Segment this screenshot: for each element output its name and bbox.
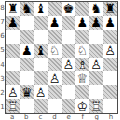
square-b1[interactable]: [20, 99, 34, 113]
square-d1[interactable]: [48, 99, 62, 113]
square-g1[interactable]: ♜♖: [89, 99, 103, 113]
square-b3[interactable]: [20, 71, 34, 85]
white-knight-d5[interactable]: ♞♘: [48, 44, 62, 58]
white-pawn-a2[interactable]: ♟♙: [6, 85, 20, 99]
square-e7[interactable]: [62, 16, 76, 30]
square-f2[interactable]: [75, 85, 89, 99]
square-h8[interactable]: ♜: [103, 2, 117, 16]
square-g2[interactable]: [89, 85, 103, 99]
piece-glyph: ♟: [48, 16, 62, 30]
black-bishop-c8[interactable]: ♝: [34, 2, 48, 16]
square-b2[interactable]: ♛: [20, 85, 34, 99]
square-b4[interactable]: [20, 58, 34, 72]
square-a6[interactable]: [6, 30, 20, 44]
black-pawn-h7[interactable]: ♟: [103, 16, 117, 30]
chess-diagram: 87654321 ♜♞♝♚♞♜♟♟♟♟♟♟♝♞♘♞♘♟♙♟♙♝♗♟♙♟♙♛♕♟♙…: [0, 0, 120, 120]
square-d6[interactable]: [48, 30, 62, 44]
square-c3[interactable]: [34, 71, 48, 85]
square-f6[interactable]: [75, 30, 89, 44]
square-e4[interactable]: ♟♙: [62, 58, 76, 72]
square-c5[interactable]: ♝: [34, 44, 48, 58]
file-label-b: b: [19, 114, 33, 120]
black-pawn-f7[interactable]: ♟: [75, 16, 89, 30]
white-pawn-c2[interactable]: ♟♙: [34, 85, 48, 99]
square-b6[interactable]: [20, 30, 34, 44]
square-g8[interactable]: ♞: [89, 2, 103, 16]
square-g3[interactable]: [89, 71, 103, 85]
square-f8[interactable]: [75, 2, 89, 16]
white-pawn-h5[interactable]: ♟♙: [103, 44, 117, 58]
square-c4[interactable]: [34, 58, 48, 72]
piece-glyph: ♕: [75, 71, 89, 85]
square-c8[interactable]: ♝: [34, 2, 48, 16]
square-d7[interactable]: ♟: [48, 16, 62, 30]
white-rook-a1[interactable]: ♜♖: [6, 99, 20, 113]
black-knight-b8[interactable]: ♞: [20, 2, 34, 16]
square-a4[interactable]: [6, 58, 20, 72]
piece-glyph: ♙: [62, 58, 76, 72]
black-pawn-d7[interactable]: ♟: [48, 16, 62, 30]
file-label-d: d: [47, 114, 61, 120]
piece-glyph: ♖: [6, 99, 20, 113]
piece-glyph: ♜: [103, 2, 117, 16]
black-pawn-g7[interactable]: ♟: [89, 16, 103, 30]
square-b7[interactable]: [20, 16, 34, 30]
square-e1[interactable]: [62, 99, 76, 113]
square-d3[interactable]: ♟♙: [48, 71, 62, 85]
piece-glyph: ♞: [89, 2, 103, 16]
white-pawn-g4[interactable]: ♟♙: [89, 58, 103, 72]
square-g4[interactable]: ♟♙: [89, 58, 103, 72]
square-g5[interactable]: [89, 44, 103, 58]
square-f3[interactable]: ♛♕: [75, 71, 89, 85]
piece-glyph: ♖: [89, 99, 103, 113]
piece-glyph: ♙: [103, 44, 117, 58]
file-label-c: c: [33, 114, 47, 120]
square-f1[interactable]: ♚♔: [75, 99, 89, 113]
square-f7[interactable]: ♟: [75, 16, 89, 30]
piece-glyph: ♗: [75, 58, 89, 72]
piece-glyph: ♟: [75, 16, 89, 30]
square-d4[interactable]: [48, 58, 62, 72]
piece-glyph: ♟: [103, 16, 117, 30]
square-c7[interactable]: [34, 16, 48, 30]
square-f4[interactable]: ♝♗: [75, 58, 89, 72]
square-h4[interactable]: [103, 58, 117, 72]
piece-glyph: ♚: [62, 2, 76, 16]
piece-glyph: ♞: [20, 2, 34, 16]
square-a1[interactable]: ♜♖: [6, 99, 20, 113]
white-pawn-e4[interactable]: ♟♙: [62, 58, 76, 72]
square-e2[interactable]: [62, 85, 76, 99]
square-h7[interactable]: ♟: [103, 16, 117, 30]
piece-glyph: ♟: [89, 16, 103, 30]
square-c6[interactable]: [34, 30, 48, 44]
square-h1[interactable]: [103, 99, 117, 113]
white-king-f1[interactable]: ♚♔: [75, 99, 89, 113]
square-d8[interactable]: [48, 2, 62, 16]
black-bishop-c5[interactable]: ♝: [34, 44, 48, 58]
piece-glyph: ♝: [34, 2, 48, 16]
black-pawn-b5[interactable]: ♟: [20, 44, 34, 58]
white-rook-g1[interactable]: ♜♖: [89, 99, 103, 113]
piece-glyph: ♘: [75, 44, 89, 58]
black-pawn-a7[interactable]: ♟: [6, 16, 20, 30]
square-e8[interactable]: ♚: [62, 2, 76, 16]
square-e5[interactable]: [62, 44, 76, 58]
black-knight-g8[interactable]: ♞: [89, 2, 103, 16]
file-label-e: e: [62, 114, 76, 120]
file-label-h: h: [104, 114, 118, 120]
black-rook-h8[interactable]: ♜: [103, 2, 117, 16]
piece-glyph: ♝: [34, 44, 48, 58]
piece-glyph: ♘: [48, 44, 62, 58]
square-a2[interactable]: ♟♙: [6, 85, 20, 99]
piece-glyph: ♙: [89, 58, 103, 72]
black-king-e8[interactable]: ♚: [62, 2, 76, 16]
square-c2[interactable]: ♟♙: [34, 85, 48, 99]
square-a7[interactable]: ♟: [6, 16, 20, 30]
piece-glyph: ♔: [75, 99, 89, 113]
square-f5[interactable]: ♞♘: [75, 44, 89, 58]
square-h3[interactable]: [103, 71, 117, 85]
square-a3[interactable]: [6, 71, 20, 85]
piece-glyph: ♙: [6, 85, 20, 99]
chess-board[interactable]: ♜♞♝♚♞♜♟♟♟♟♟♟♝♞♘♞♘♟♙♟♙♝♗♟♙♟♙♛♕♟♙♛♟♙♜♖♚♔♜♖: [5, 1, 118, 114]
white-bishop-f4[interactable]: ♝♗: [75, 58, 89, 72]
square-e6[interactable]: [62, 30, 76, 44]
square-h5[interactable]: ♟♙: [103, 44, 117, 58]
white-queen-f3[interactable]: ♛♕: [75, 71, 89, 85]
square-e3[interactable]: [62, 71, 76, 85]
piece-glyph: ♟: [20, 44, 34, 58]
square-h6[interactable]: [103, 30, 117, 44]
square-h2[interactable]: [103, 85, 117, 99]
square-g6[interactable]: [89, 30, 103, 44]
square-g7[interactable]: ♟: [89, 16, 103, 30]
white-pawn-d3[interactable]: ♟♙: [48, 71, 62, 85]
file-label-a: a: [5, 114, 19, 120]
black-queen-b2[interactable]: ♛: [20, 85, 34, 99]
piece-glyph: ♙: [48, 71, 62, 85]
piece-glyph: ♛: [20, 85, 34, 99]
square-d5[interactable]: ♞♘: [48, 44, 62, 58]
piece-glyph: ♙: [34, 85, 48, 99]
square-a5[interactable]: [6, 44, 20, 58]
file-label-f: f: [76, 114, 90, 120]
square-b5[interactable]: ♟: [20, 44, 34, 58]
file-labels: abcdefgh: [5, 114, 118, 120]
square-a8[interactable]: ♜: [6, 2, 20, 16]
square-b8[interactable]: ♞: [20, 2, 34, 16]
square-c1[interactable]: [34, 99, 48, 113]
square-d2[interactable]: [48, 85, 62, 99]
piece-glyph: ♟: [6, 16, 20, 30]
white-knight-f5[interactable]: ♞♘: [75, 44, 89, 58]
file-label-g: g: [90, 114, 104, 120]
black-rook-a8[interactable]: ♜: [6, 2, 20, 16]
piece-glyph: ♜: [6, 2, 20, 16]
